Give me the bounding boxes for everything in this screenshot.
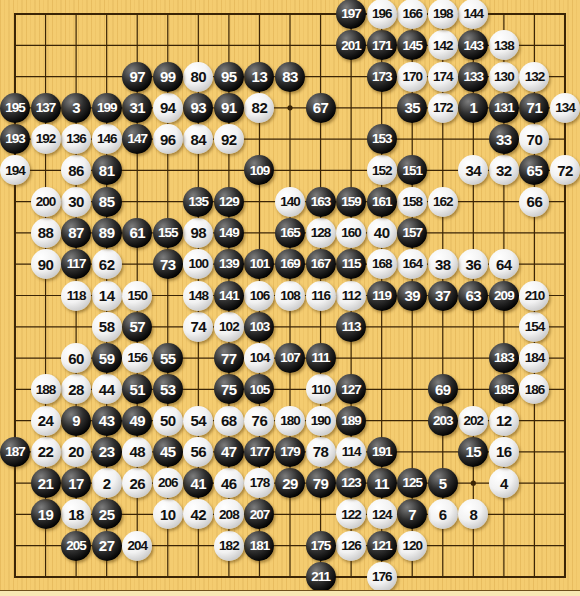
move-number: 175 (311, 539, 331, 553)
move-number: 11 (374, 476, 389, 491)
stone-white-68: 68 (214, 406, 244, 436)
move-number: 133 (464, 70, 484, 84)
move-number: 185 (494, 383, 514, 397)
star-point (471, 481, 476, 486)
move-number: 99 (160, 69, 176, 84)
stone-black-33: 33 (489, 124, 519, 154)
move-number: 18 (68, 507, 84, 522)
stone-black-1: 1 (458, 93, 488, 123)
stone-black-175: 175 (306, 531, 336, 561)
stone-black-173: 173 (367, 62, 397, 92)
stone-black-183: 183 (489, 343, 519, 373)
stone-white-110: 110 (306, 374, 336, 404)
move-number: 119 (372, 289, 391, 303)
move-number: 163 (311, 195, 331, 209)
stone-white-190: 190 (306, 406, 336, 436)
move-number: 118 (67, 289, 86, 303)
star-point (287, 105, 292, 110)
move-number: 178 (250, 476, 270, 490)
move-number: 54 (190, 413, 206, 428)
move-number: 26 (129, 476, 145, 491)
move-number: 51 (129, 382, 145, 397)
move-number: 124 (372, 508, 392, 522)
move-number: 159 (341, 195, 361, 209)
stone-white-106: 106 (244, 281, 274, 311)
move-number: 186 (525, 383, 545, 397)
move-number: 153 (372, 132, 392, 146)
stone-white-128: 128 (306, 218, 336, 248)
move-number: 63 (465, 288, 481, 303)
stone-black-13: 13 (244, 62, 274, 92)
move-number: 24 (38, 413, 54, 428)
move-number: 21 (38, 476, 54, 491)
stone-white-124: 124 (367, 499, 397, 529)
stone-black-155: 155 (153, 218, 183, 248)
move-number: 70 (527, 132, 543, 147)
stone-white-160: 160 (336, 218, 366, 248)
move-number: 33 (496, 132, 512, 147)
stone-black-53: 53 (153, 374, 183, 404)
stone-black-15: 15 (458, 437, 488, 467)
stone-black-89: 89 (92, 218, 122, 248)
stone-white-76: 76 (244, 406, 274, 436)
move-number: 28 (68, 382, 84, 397)
move-number: 116 (311, 289, 330, 303)
move-number: 205 (66, 539, 86, 553)
move-number: 59 (99, 351, 115, 366)
move-number: 132 (525, 70, 545, 84)
stone-black-3: 3 (61, 93, 91, 123)
stone-black-167: 167 (306, 249, 336, 279)
stone-white-4: 4 (489, 468, 519, 498)
move-number: 201 (341, 39, 361, 53)
stone-white-198: 198 (428, 0, 458, 29)
move-number: 193 (5, 132, 25, 146)
stone-black-63: 63 (458, 281, 488, 311)
move-number: 81 (99, 163, 115, 178)
move-number: 94 (160, 100, 176, 115)
stone-white-46: 46 (214, 468, 244, 498)
move-number: 50 (160, 413, 176, 428)
move-number: 84 (190, 132, 206, 147)
move-number: 198 (433, 7, 453, 21)
move-number: 8 (469, 507, 477, 522)
move-number: 125 (402, 476, 422, 490)
move-number: 203 (433, 414, 453, 428)
move-number: 101 (250, 257, 270, 271)
stone-white-132: 132 (519, 62, 549, 92)
move-number: 38 (435, 257, 451, 272)
move-number: 155 (158, 226, 178, 240)
move-number: 169 (280, 257, 300, 271)
move-number: 121 (372, 539, 392, 553)
move-number: 13 (252, 69, 268, 84)
move-number: 78 (313, 444, 329, 459)
move-number: 184 (525, 351, 545, 365)
move-number: 160 (341, 226, 361, 240)
move-number: 69 (435, 382, 451, 397)
move-number: 140 (280, 195, 300, 209)
move-number: 88 (38, 225, 54, 240)
move-number: 167 (311, 257, 331, 271)
move-number: 17 (68, 476, 84, 491)
move-number: 150 (127, 289, 147, 303)
stone-black-137: 137 (31, 93, 61, 123)
move-number: 146 (97, 132, 117, 146)
stone-white-168: 168 (367, 249, 397, 279)
stone-black-95: 95 (214, 62, 244, 92)
stone-black-39: 39 (397, 281, 427, 311)
stone-black-31: 31 (122, 93, 152, 123)
stone-white-92: 92 (214, 124, 244, 154)
stone-white-152: 152 (367, 155, 397, 185)
move-number: 130 (494, 70, 514, 84)
stone-white-44: 44 (92, 374, 122, 404)
stone-white-78: 78 (306, 437, 336, 467)
stone-black-57: 57 (122, 312, 152, 342)
stone-white-174: 174 (428, 62, 458, 92)
stone-black-87: 87 (61, 218, 91, 248)
stone-white-126: 126 (336, 531, 366, 561)
stone-white-62: 62 (92, 249, 122, 279)
stone-white-90: 90 (31, 249, 61, 279)
stone-white-14: 14 (92, 281, 122, 311)
move-number: 189 (341, 414, 361, 428)
stone-white-182: 182 (214, 531, 244, 561)
stone-white-150: 150 (122, 281, 152, 311)
move-number: 139 (219, 257, 239, 271)
stone-black-97: 97 (122, 62, 152, 92)
stone-black-75: 75 (214, 374, 244, 404)
stone-white-170: 170 (397, 62, 427, 92)
move-number: 195 (5, 101, 25, 115)
move-number: 127 (341, 383, 361, 397)
move-number: 162 (433, 195, 453, 209)
stone-black-129: 129 (214, 187, 244, 217)
move-number: 43 (99, 413, 115, 428)
stone-black-77: 77 (214, 343, 244, 373)
move-number: 30 (68, 194, 84, 209)
stone-black-163: 163 (306, 187, 336, 217)
stone-white-114: 114 (336, 437, 366, 467)
move-number: 109 (250, 164, 270, 178)
stone-black-19: 19 (31, 499, 61, 529)
stone-white-20: 20 (61, 437, 91, 467)
move-number: 9 (72, 413, 80, 428)
move-number: 182 (219, 539, 239, 553)
move-number: 172 (433, 101, 453, 115)
move-number: 202 (464, 414, 484, 428)
move-number: 92 (221, 132, 237, 147)
stone-white-196: 196 (367, 0, 397, 29)
stone-black-205: 205 (61, 531, 91, 561)
stone-black-179: 179 (275, 437, 305, 467)
stone-black-81: 81 (92, 155, 122, 185)
move-number: 31 (129, 100, 145, 115)
move-number: 200 (36, 195, 56, 209)
move-number: 211 (311, 570, 330, 584)
move-number: 144 (464, 7, 484, 21)
go-board[interactable]: 1234567891011121314151617181920212223242… (0, 0, 580, 596)
move-number: 110 (311, 383, 330, 397)
stone-black-61: 61 (122, 218, 152, 248)
stone-black-187: 187 (0, 437, 30, 467)
stone-black-79: 79 (306, 468, 336, 498)
stone-white-202: 202 (458, 406, 488, 436)
stone-white-146: 146 (92, 124, 122, 154)
move-number: 5 (439, 476, 447, 491)
stone-black-43: 43 (92, 406, 122, 436)
stone-white-140: 140 (275, 187, 305, 217)
stone-black-45: 45 (153, 437, 183, 467)
board-bottom-edge (0, 590, 580, 596)
move-number: 183 (494, 351, 514, 365)
move-number: 74 (190, 319, 206, 334)
move-number: 44 (99, 382, 115, 397)
stone-white-24: 24 (31, 406, 61, 436)
move-number: 108 (280, 289, 300, 303)
stone-white-138: 138 (489, 30, 519, 60)
stone-white-148: 148 (183, 281, 213, 311)
move-number: 29 (282, 476, 298, 491)
stone-black-49: 49 (122, 406, 152, 436)
move-number: 12 (496, 413, 512, 428)
move-number: 147 (127, 132, 147, 146)
move-number: 34 (465, 163, 481, 178)
move-number: 208 (219, 508, 239, 522)
move-number: 165 (280, 226, 300, 240)
move-number: 134 (555, 101, 575, 115)
stone-black-23: 23 (92, 437, 122, 467)
move-number: 80 (190, 69, 206, 84)
stone-black-139: 139 (214, 249, 244, 279)
stone-black-11: 11 (367, 468, 397, 498)
stone-white-12: 12 (489, 406, 519, 436)
move-number: 102 (219, 320, 239, 334)
move-number: 46 (221, 476, 237, 491)
move-number: 106 (250, 289, 270, 303)
move-number: 157 (402, 226, 422, 240)
stone-white-130: 130 (489, 62, 519, 92)
stone-white-134: 134 (550, 93, 580, 123)
stone-white-206: 206 (153, 468, 183, 498)
stone-black-165: 165 (275, 218, 305, 248)
stone-white-94: 94 (153, 93, 183, 123)
move-number: 16 (496, 444, 512, 459)
move-number: 76 (252, 413, 268, 428)
stone-white-142: 142 (428, 30, 458, 60)
move-number: 181 (250, 539, 270, 553)
move-number: 190 (311, 414, 331, 428)
move-number: 15 (465, 444, 481, 459)
move-number: 113 (342, 320, 361, 334)
move-number: 152 (372, 164, 392, 178)
move-number: 187 (5, 445, 25, 459)
stone-white-162: 162 (428, 187, 458, 217)
move-number: 56 (190, 444, 206, 459)
move-number: 57 (129, 319, 145, 334)
stone-black-21: 21 (31, 468, 61, 498)
stone-white-116: 116 (306, 281, 336, 311)
move-number: 120 (402, 539, 422, 553)
move-number: 197 (341, 7, 361, 21)
move-number: 168 (372, 257, 392, 271)
move-number: 53 (160, 382, 176, 397)
stone-black-99: 99 (153, 62, 183, 92)
stone-black-181: 181 (244, 531, 274, 561)
move-number: 48 (129, 444, 145, 459)
move-number: 40 (374, 225, 390, 240)
move-number: 149 (219, 226, 239, 240)
move-number: 171 (372, 39, 392, 53)
stone-black-171: 171 (367, 30, 397, 60)
stone-black-29: 29 (275, 468, 305, 498)
move-number: 199 (97, 101, 117, 115)
move-number: 204 (127, 539, 147, 553)
move-number: 158 (402, 195, 422, 209)
stone-black-47: 47 (214, 437, 244, 467)
stone-black-5: 5 (428, 468, 458, 498)
move-number: 156 (127, 351, 147, 365)
stone-white-66: 66 (519, 187, 549, 217)
move-number: 136 (66, 132, 86, 146)
move-number: 128 (311, 226, 331, 240)
move-number: 188 (36, 383, 56, 397)
move-number: 64 (496, 257, 512, 272)
move-number: 1 (469, 100, 477, 115)
move-number: 75 (221, 382, 237, 397)
stone-black-193: 193 (0, 124, 30, 154)
move-number: 89 (99, 225, 115, 240)
stone-white-58: 58 (92, 312, 122, 342)
move-number: 61 (129, 225, 145, 240)
stone-black-93: 93 (183, 93, 213, 123)
move-number: 27 (99, 538, 115, 553)
stone-black-131: 131 (489, 93, 519, 123)
move-number: 143 (464, 39, 484, 53)
move-number: 37 (435, 288, 451, 303)
stone-white-38: 38 (428, 249, 458, 279)
stone-black-133: 133 (458, 62, 488, 92)
move-number: 210 (525, 289, 545, 303)
move-number: 91 (221, 100, 237, 115)
move-number: 164 (402, 257, 422, 271)
move-number: 103 (250, 320, 270, 334)
stone-black-209: 209 (489, 281, 519, 311)
move-number: 83 (282, 69, 298, 84)
stone-black-27: 27 (92, 531, 122, 561)
stone-black-135: 135 (183, 187, 213, 217)
move-number: 176 (372, 570, 392, 584)
stone-white-54: 54 (183, 406, 213, 436)
stone-white-60: 60 (61, 343, 91, 373)
stone-white-22: 22 (31, 437, 61, 467)
stone-white-200: 200 (31, 187, 61, 217)
stone-black-141: 141 (214, 281, 244, 311)
stone-black-59: 59 (92, 343, 122, 373)
move-number: 170 (402, 70, 422, 84)
move-number: 23 (99, 444, 115, 459)
move-number: 179 (280, 445, 300, 459)
stone-black-107: 107 (275, 343, 305, 373)
move-number: 194 (5, 164, 25, 178)
move-number: 123 (341, 476, 361, 490)
move-number: 98 (190, 225, 206, 240)
move-number: 114 (342, 445, 361, 459)
move-number: 68 (221, 413, 237, 428)
move-number: 207 (250, 508, 270, 522)
stone-black-67: 67 (306, 93, 336, 123)
move-number: 42 (190, 507, 206, 522)
stone-black-55: 55 (153, 343, 183, 373)
move-number: 36 (465, 257, 481, 272)
stone-black-189: 189 (336, 406, 366, 436)
stone-black-85: 85 (92, 187, 122, 217)
move-number: 65 (527, 163, 543, 178)
move-number: 137 (36, 101, 56, 115)
stone-black-25: 25 (92, 499, 122, 529)
move-number: 135 (189, 195, 209, 209)
move-number: 87 (68, 225, 84, 240)
stone-white-50: 50 (153, 406, 183, 436)
move-number: 104 (250, 351, 270, 365)
move-number: 86 (68, 163, 84, 178)
stone-black-211: 211 (306, 562, 336, 592)
move-number: 126 (341, 539, 361, 553)
move-number: 41 (190, 476, 206, 491)
stone-white-112: 112 (336, 281, 366, 311)
move-number: 45 (160, 444, 176, 459)
stone-white-180: 180 (275, 406, 305, 436)
stone-black-159: 159 (336, 187, 366, 217)
move-number: 7 (408, 507, 416, 522)
move-number: 191 (372, 445, 392, 459)
move-number: 192 (36, 132, 56, 146)
stone-white-88: 88 (31, 218, 61, 248)
move-number: 3 (72, 100, 80, 115)
move-number: 71 (527, 100, 543, 115)
stone-white-48: 48 (122, 437, 152, 467)
move-number: 138 (494, 39, 514, 53)
move-number: 32 (496, 163, 512, 178)
stone-white-56: 56 (183, 437, 213, 467)
stone-white-204: 204 (122, 531, 152, 561)
stone-black-119: 119 (367, 281, 397, 311)
move-number: 72 (557, 163, 573, 178)
stone-black-149: 149 (214, 218, 244, 248)
move-number: 129 (219, 195, 239, 209)
stone-black-91: 91 (214, 93, 244, 123)
move-number: 122 (341, 508, 361, 522)
move-number: 105 (250, 383, 270, 397)
stone-black-111: 111 (306, 343, 336, 373)
move-number: 73 (160, 257, 176, 272)
stone-white-118: 118 (61, 281, 91, 311)
move-number: 20 (68, 444, 84, 459)
stone-black-83: 83 (275, 62, 305, 92)
move-number: 4 (500, 476, 508, 491)
move-number: 39 (404, 288, 420, 303)
move-number: 131 (494, 101, 514, 115)
move-number: 14 (99, 288, 115, 303)
stone-white-188: 188 (31, 374, 61, 404)
move-number: 96 (160, 132, 176, 147)
move-number: 148 (189, 289, 209, 303)
move-number: 82 (252, 100, 268, 115)
stone-black-9: 9 (61, 406, 91, 436)
move-number: 85 (99, 194, 115, 209)
stone-white-16: 16 (489, 437, 519, 467)
